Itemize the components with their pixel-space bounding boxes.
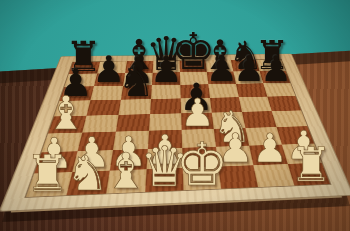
photo-vignette: [0, 0, 350, 231]
chess-photo-scene: ♜♝♛♚♝♞♜♟♟♟♟♟♟♟♞♟♝♟♞♟♟♟♟♟♟♟♜♞♝♛♚♜: [0, 0, 350, 231]
